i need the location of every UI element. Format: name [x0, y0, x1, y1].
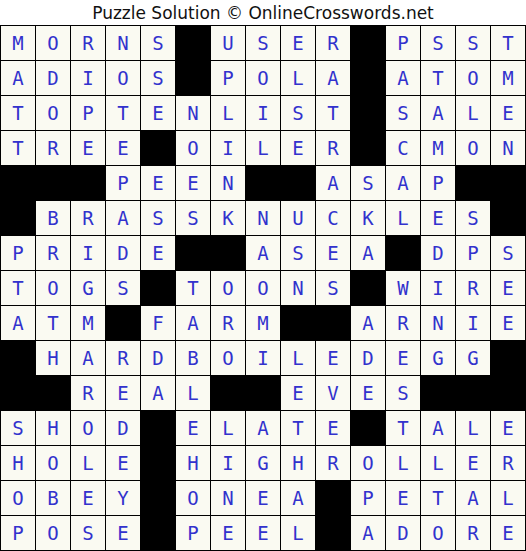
block-cell — [386, 236, 420, 270]
letter-cell: M — [246, 306, 280, 340]
letter-cell: O — [456, 61, 490, 95]
letter-cell: O — [176, 481, 210, 515]
letter-cell: R — [316, 131, 350, 165]
block-cell — [351, 411, 385, 445]
letter-cell: R — [71, 201, 105, 235]
letter-cell: E — [141, 166, 175, 200]
letter-cell: L — [421, 446, 455, 480]
block-cell — [351, 131, 385, 165]
letter-cell: O — [36, 271, 70, 305]
letter-cell: L — [176, 376, 210, 410]
letter-cell: U — [281, 201, 315, 235]
letter-cell: S — [456, 26, 490, 60]
block-cell — [281, 166, 315, 200]
letter-cell: L — [386, 446, 420, 480]
letter-cell: O — [106, 61, 140, 95]
letter-cell: I — [456, 306, 490, 340]
letter-cell: L — [281, 516, 315, 550]
letter-cell: O — [211, 341, 245, 375]
block-cell — [351, 271, 385, 305]
letter-cell: I — [246, 341, 280, 375]
letter-cell: E — [246, 481, 280, 515]
letter-cell: N — [211, 481, 245, 515]
letter-cell: S — [386, 376, 420, 410]
letter-cell: H — [281, 446, 315, 480]
letter-cell: A — [71, 341, 105, 375]
letter-cell: O — [36, 26, 70, 60]
letter-cell: P — [1, 236, 35, 270]
page-title: Puzzle Solution © OnlineCrosswords.net — [92, 3, 434, 23]
letter-cell: A — [281, 481, 315, 515]
block-cell — [176, 26, 210, 60]
letter-cell: L — [211, 411, 245, 445]
letter-cell: D — [106, 236, 140, 270]
letter-cell: A — [316, 166, 350, 200]
letter-cell: L — [456, 411, 490, 445]
block-cell — [281, 306, 315, 340]
letter-cell: L — [246, 131, 280, 165]
letter-cell: O — [351, 446, 385, 480]
letter-cell: E — [106, 131, 140, 165]
letter-cell: P — [386, 26, 420, 60]
letter-cell: E — [106, 446, 140, 480]
letter-cell: A — [316, 61, 350, 95]
block-cell — [456, 376, 490, 410]
letter-cell: C — [386, 131, 420, 165]
letter-cell: N — [106, 26, 140, 60]
letter-cell: A — [246, 236, 280, 270]
letter-cell: L — [491, 481, 525, 515]
block-cell — [211, 376, 245, 410]
letter-cell: R — [456, 516, 490, 550]
letter-cell: B — [36, 201, 70, 235]
letter-cell: S — [281, 96, 315, 130]
letter-cell: O — [211, 271, 245, 305]
letter-cell: N — [281, 271, 315, 305]
letter-cell: G — [421, 341, 455, 375]
letter-cell: S — [421, 26, 455, 60]
block-cell — [316, 306, 350, 340]
letter-cell: P — [176, 516, 210, 550]
block-cell — [1, 166, 35, 200]
block-cell — [71, 166, 105, 200]
letter-cell: T — [106, 96, 140, 130]
letter-cell: S — [1, 411, 35, 445]
letter-cell: A — [351, 236, 385, 270]
letter-cell: E — [281, 131, 315, 165]
letter-cell: K — [351, 201, 385, 235]
block-cell — [141, 516, 175, 550]
letter-cell: N — [246, 201, 280, 235]
letter-cell: E — [491, 411, 525, 445]
letter-cell: T — [491, 26, 525, 60]
block-cell — [456, 166, 490, 200]
letter-cell: A — [421, 411, 455, 445]
block-cell — [1, 341, 35, 375]
letter-cell: O — [36, 516, 70, 550]
letter-cell: H — [176, 446, 210, 480]
letter-cell: M — [1, 26, 35, 60]
letter-cell: E — [491, 516, 525, 550]
letter-cell: L — [281, 341, 315, 375]
letter-cell: H — [36, 341, 70, 375]
block-cell — [351, 96, 385, 130]
letter-cell: D — [386, 516, 420, 550]
letter-cell: S — [316, 271, 350, 305]
block-cell — [491, 201, 525, 235]
letter-cell: A — [386, 166, 420, 200]
letter-cell: E — [71, 481, 105, 515]
letter-cell: E — [246, 516, 280, 550]
letter-cell: S — [386, 96, 420, 130]
letter-cell: S — [106, 271, 140, 305]
letter-cell: V — [316, 376, 350, 410]
letter-cell: D — [36, 61, 70, 95]
letter-cell: P — [71, 96, 105, 130]
letter-cell: R — [316, 26, 350, 60]
letter-cell: O — [246, 271, 280, 305]
letter-cell: T — [421, 61, 455, 95]
letter-cell: P — [106, 166, 140, 200]
block-cell — [141, 446, 175, 480]
letter-cell: I — [246, 96, 280, 130]
block-cell — [141, 411, 175, 445]
letter-cell: P — [351, 481, 385, 515]
letter-cell: A — [456, 481, 490, 515]
crossword-grid: MORNSUSERPSSTADIOSPOLAATOMTOPTENLISTSALE… — [0, 25, 526, 551]
letter-cell: E — [491, 306, 525, 340]
letter-cell: S — [246, 26, 280, 60]
letter-cell: L — [281, 61, 315, 95]
letter-cell: N — [421, 306, 455, 340]
letter-cell: A — [141, 376, 175, 410]
letter-cell: Y — [106, 481, 140, 515]
block-cell — [141, 271, 175, 305]
letter-cell: L — [71, 446, 105, 480]
letter-cell: M — [71, 306, 105, 340]
letter-cell: P — [1, 516, 35, 550]
block-cell — [316, 516, 350, 550]
letter-cell: N — [176, 96, 210, 130]
letter-cell: T — [421, 481, 455, 515]
letter-cell: A — [1, 306, 35, 340]
letter-cell: A — [351, 516, 385, 550]
letter-cell: E — [386, 481, 420, 515]
letter-cell: S — [141, 201, 175, 235]
letter-cell: E — [281, 26, 315, 60]
letter-cell: I — [71, 61, 105, 95]
letter-cell: B — [176, 341, 210, 375]
letter-cell: T — [386, 411, 420, 445]
block-cell — [176, 61, 210, 95]
block-cell — [491, 376, 525, 410]
letter-cell: G — [71, 271, 105, 305]
letter-cell: G — [456, 341, 490, 375]
letter-cell: R — [106, 341, 140, 375]
letter-cell: L — [211, 96, 245, 130]
letter-cell: K — [211, 201, 245, 235]
block-cell — [316, 481, 350, 515]
letter-cell: I — [211, 131, 245, 165]
block-cell — [106, 306, 140, 340]
letter-cell: E — [316, 341, 350, 375]
letter-cell: P — [421, 166, 455, 200]
letter-cell: T — [1, 131, 35, 165]
letter-cell: F — [141, 306, 175, 340]
letter-cell: H — [36, 411, 70, 445]
letter-cell: D — [106, 411, 140, 445]
letter-cell: R — [456, 271, 490, 305]
letter-cell: P — [211, 61, 245, 95]
block-cell — [176, 236, 210, 270]
letter-cell: E — [421, 201, 455, 235]
letter-cell: T — [36, 306, 70, 340]
letter-cell: S — [281, 236, 315, 270]
letter-cell: E — [351, 376, 385, 410]
letter-cell: S — [456, 201, 490, 235]
block-cell — [36, 166, 70, 200]
block-cell — [1, 201, 35, 235]
letter-cell: S — [176, 201, 210, 235]
block-cell — [141, 131, 175, 165]
letter-cell: E — [386, 341, 420, 375]
letter-cell: S — [491, 236, 525, 270]
block-cell — [246, 376, 280, 410]
letter-cell: M — [491, 61, 525, 95]
letter-cell: A — [386, 61, 420, 95]
letter-cell: I — [211, 446, 245, 480]
letter-cell: E — [141, 96, 175, 130]
letter-cell: A — [176, 306, 210, 340]
letter-cell: D — [141, 341, 175, 375]
letter-cell: B — [36, 481, 70, 515]
letter-cell: S — [351, 166, 385, 200]
letter-cell: E — [491, 271, 525, 305]
block-cell — [1, 376, 35, 410]
letter-cell: I — [421, 271, 455, 305]
letter-cell: E — [141, 236, 175, 270]
letter-cell: C — [316, 201, 350, 235]
letter-cell: L — [386, 201, 420, 235]
letter-cell: R — [491, 446, 525, 480]
letter-cell: R — [316, 446, 350, 480]
letter-cell: O — [421, 516, 455, 550]
letter-cell: A — [106, 201, 140, 235]
letter-cell: L — [456, 96, 490, 130]
letter-cell: A — [1, 61, 35, 95]
letter-cell: N — [491, 131, 525, 165]
letter-cell: O — [176, 131, 210, 165]
letter-cell: T — [316, 96, 350, 130]
letter-cell: E — [71, 131, 105, 165]
block-cell — [351, 26, 385, 60]
letter-cell: W — [386, 271, 420, 305]
letter-cell: R — [36, 131, 70, 165]
letter-cell: R — [386, 306, 420, 340]
letter-cell: O — [36, 446, 70, 480]
letter-cell: N — [211, 166, 245, 200]
letter-cell: D — [421, 236, 455, 270]
letter-cell: H — [1, 446, 35, 480]
letter-cell: E — [106, 376, 140, 410]
letter-cell: M — [421, 131, 455, 165]
letter-cell: O — [456, 131, 490, 165]
block-cell — [421, 376, 455, 410]
letter-cell: E — [211, 516, 245, 550]
letter-cell: E — [456, 446, 490, 480]
crossword-solution-page: Puzzle Solution © OnlineCrosswords.net M… — [0, 0, 526, 551]
block-cell — [246, 166, 280, 200]
letter-cell: D — [351, 341, 385, 375]
letter-cell: E — [176, 166, 210, 200]
letter-cell: U — [211, 26, 245, 60]
block-cell — [351, 61, 385, 95]
letter-cell: O — [1, 481, 35, 515]
block-cell — [491, 166, 525, 200]
letter-cell: G — [246, 446, 280, 480]
block-cell — [141, 481, 175, 515]
letter-cell: A — [351, 306, 385, 340]
letter-cell: O — [71, 411, 105, 445]
letter-cell: A — [246, 411, 280, 445]
letter-cell: E — [316, 236, 350, 270]
letter-cell: O — [246, 61, 280, 95]
letter-cell: E — [176, 411, 210, 445]
letter-cell: O — [36, 96, 70, 130]
letter-cell: S — [141, 61, 175, 95]
title-bar: Puzzle Solution © OnlineCrosswords.net — [0, 0, 526, 25]
letter-cell: E — [106, 516, 140, 550]
letter-cell: S — [141, 26, 175, 60]
block-cell — [491, 341, 525, 375]
letter-cell: P — [456, 236, 490, 270]
block-cell — [211, 236, 245, 270]
letter-cell: T — [281, 411, 315, 445]
letter-cell: R — [36, 236, 70, 270]
letter-cell: R — [211, 306, 245, 340]
letter-cell: A — [421, 96, 455, 130]
letter-cell: T — [176, 271, 210, 305]
letter-cell: E — [491, 96, 525, 130]
letter-cell: E — [316, 411, 350, 445]
letter-cell: T — [1, 96, 35, 130]
letter-cell: E — [281, 376, 315, 410]
letter-cell: R — [71, 376, 105, 410]
letter-cell: S — [71, 516, 105, 550]
letter-cell: I — [71, 236, 105, 270]
letter-cell: R — [71, 26, 105, 60]
letter-cell: T — [1, 271, 35, 305]
block-cell — [36, 376, 70, 410]
